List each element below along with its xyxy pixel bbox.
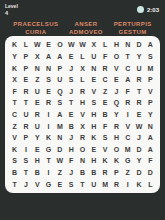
- grid-cell-1-11[interactable]: Y: [133, 51, 144, 63]
- grid-cell-10-4[interactable]: W: [54, 155, 65, 167]
- grid-cell-11-4[interactable]: Z: [54, 167, 65, 179]
- grid-cell-12-2[interactable]: V: [32, 178, 43, 190]
- grid-cell-9-3[interactable]: G: [43, 144, 54, 156]
- grid-cell-6-8[interactable]: B: [99, 109, 110, 121]
- grid-cell-2-12[interactable]: M: [145, 62, 156, 74]
- top-bar: Level 4 2:03: [0, 0, 165, 18]
- grid-cell-10-9[interactable]: K: [111, 155, 122, 167]
- grid-cell-4-0[interactable]: F: [9, 85, 20, 97]
- grid-cell-5-9[interactable]: Q: [111, 97, 122, 109]
- grid-cell-2-2[interactable]: N: [32, 62, 43, 74]
- clock-icon: [137, 6, 144, 13]
- grid-cell-6-1[interactable]: U: [20, 109, 31, 121]
- grid-cell-10-0[interactable]: S: [9, 155, 20, 167]
- grid-cell-3-5[interactable]: S: [66, 74, 77, 86]
- grid-cell-2-4[interactable]: P: [54, 62, 65, 74]
- grid-cell-0-9[interactable]: H: [111, 39, 122, 51]
- grid-cell-7-0[interactable]: Z: [9, 120, 20, 132]
- word-column-3: PERTURPIS GESTUM: [114, 20, 152, 36]
- grid-cell-1-7[interactable]: U: [88, 51, 99, 63]
- grid-cell-1-9[interactable]: O: [111, 51, 122, 63]
- grid-cell-0-0[interactable]: K: [9, 39, 20, 51]
- grid-cell-3-10[interactable]: A: [122, 74, 133, 86]
- grid-cell-4-11[interactable]: T: [133, 85, 144, 97]
- grid-cell-7-3[interactable]: I: [43, 120, 54, 132]
- grid-cell-4-12[interactable]: V: [145, 85, 156, 97]
- grid-cell-11-0[interactable]: B: [9, 167, 20, 179]
- grid-cell-7-1[interactable]: R: [20, 120, 31, 132]
- grid-cell-4-4[interactable]: Q: [54, 85, 65, 97]
- grid-cell-5-3[interactable]: R: [43, 97, 54, 109]
- grid-cell-5-10[interactable]: R: [122, 97, 133, 109]
- grid-cell-3-2[interactable]: Z: [32, 74, 43, 86]
- grid-cell-0-7[interactable]: X: [88, 39, 99, 51]
- timer: 2:03: [137, 6, 159, 13]
- timer-text: 2:03: [147, 7, 159, 13]
- grid-cell-9-2[interactable]: E: [32, 144, 43, 156]
- grid-cell-3-6[interactable]: L: [77, 74, 88, 86]
- letter-grid[interactable]: KLWEOWWXLHNDAYPXAAELUFOTYSKPNNPJXNRVCUMX…: [5, 36, 160, 193]
- grid-cell-10-7[interactable]: H: [88, 155, 99, 167]
- grid-cell-5-0[interactable]: T: [9, 97, 20, 109]
- grid-cell-9-0[interactable]: K: [9, 144, 20, 156]
- grid-cell-7-6[interactable]: X: [77, 120, 88, 132]
- grid-cell-2-11[interactable]: U: [133, 62, 144, 74]
- grid-cell-6-6[interactable]: V: [77, 109, 88, 121]
- grid-cell-8-9[interactable]: H: [111, 132, 122, 144]
- word-praecelsus: PRAECELSUS: [13, 20, 58, 28]
- grid-cell-6-12[interactable]: Y: [145, 109, 156, 121]
- grid-cell-4-3[interactable]: E: [43, 85, 54, 97]
- grid-cell-12-0[interactable]: T: [9, 178, 20, 190]
- grid-cell-0-2[interactable]: W: [32, 39, 43, 51]
- grid-cell-3-0[interactable]: X: [9, 74, 20, 86]
- grid-cell-9-4[interactable]: D: [54, 144, 65, 156]
- grid-cell-11-11[interactable]: D: [133, 167, 144, 179]
- grid-cell-0-12[interactable]: A: [145, 39, 156, 51]
- grid-cell-12-8[interactable]: M: [99, 178, 110, 190]
- grid-cell-6-7[interactable]: H: [88, 109, 99, 121]
- grid-cell-6-3[interactable]: I: [43, 109, 54, 121]
- grid-cell-8-7[interactable]: K: [88, 132, 99, 144]
- grid-cell-7-7[interactable]: H: [88, 120, 99, 132]
- grid-cell-10-11[interactable]: Y: [133, 155, 144, 167]
- grid-cell-4-2[interactable]: U: [32, 85, 43, 97]
- word-search-app: Level 4 2:03 PRAECELSUS CURIA ANSER ADMO…: [0, 0, 165, 220]
- grid-cell-6-5[interactable]: E: [66, 109, 77, 121]
- level-indicator: Level 4: [5, 3, 18, 16]
- grid-cell-7-8[interactable]: F: [99, 120, 110, 132]
- grid-cell-11-8[interactable]: R: [99, 167, 110, 179]
- grid-cell-11-1[interactable]: T: [20, 167, 31, 179]
- grid-cell-0-10[interactable]: N: [122, 39, 133, 51]
- grid-cell-9-9[interactable]: O: [111, 144, 122, 156]
- grid-cell-12-6[interactable]: T: [77, 178, 88, 190]
- grid-cell-1-6[interactable]: L: [77, 51, 88, 63]
- grid-cell-12-5[interactable]: S: [66, 178, 77, 190]
- grid-cell-2-9[interactable]: V: [111, 62, 122, 74]
- grid-cell-6-10[interactable]: I: [122, 109, 133, 121]
- grid-cell-1-3[interactable]: A: [43, 51, 54, 63]
- word-gestum: GESTUM: [119, 28, 147, 36]
- level-label: Level: [5, 3, 18, 9]
- grid-cell-1-12[interactable]: S: [145, 51, 156, 63]
- word-curia: CURIA: [25, 28, 46, 36]
- grid-cell-11-12[interactable]: D: [145, 167, 156, 179]
- grid-cell-2-10[interactable]: C: [122, 62, 133, 74]
- grid-cell-7-10[interactable]: V: [122, 120, 133, 132]
- grid-cell-0-5[interactable]: W: [66, 39, 77, 51]
- grid-cell-10-1[interactable]: S: [20, 155, 31, 167]
- grid-cell-4-6[interactable]: R: [77, 85, 88, 97]
- grid-cell-6-11[interactable]: E: [133, 109, 144, 121]
- grid-cell-5-8[interactable]: E: [99, 97, 110, 109]
- grid-cell-3-7[interactable]: E: [88, 74, 99, 86]
- grid-cell-8-8[interactable]: S: [99, 132, 110, 144]
- grid-cell-4-5[interactable]: J: [66, 85, 77, 97]
- grid-cell-6-2[interactable]: R: [32, 109, 43, 121]
- grid-cell-1-5[interactable]: E: [66, 51, 77, 63]
- grid-cell-1-10[interactable]: T: [122, 51, 133, 63]
- word-list: PRAECELSUS CURIA ANSER ADMOVEO PERTURPIS…: [0, 18, 165, 36]
- grid-cell-10-10[interactable]: G: [122, 155, 133, 167]
- grid-cell-5-6[interactable]: H: [77, 97, 88, 109]
- grid-cell-12-7[interactable]: U: [88, 178, 99, 190]
- grid-cell-12-4[interactable]: E: [54, 178, 65, 190]
- grid-cell-8-11[interactable]: J: [133, 132, 144, 144]
- grid-cell-8-0[interactable]: V: [9, 132, 20, 144]
- grid-cell-11-6[interactable]: B: [77, 167, 88, 179]
- grid-cell-1-2[interactable]: X: [32, 51, 43, 63]
- grid-cell-10-12[interactable]: F: [145, 155, 156, 167]
- grid-cell-5-11[interactable]: R: [133, 97, 144, 109]
- grid-cell-2-0[interactable]: K: [9, 62, 20, 74]
- grid-cell-11-5[interactable]: J: [66, 167, 77, 179]
- grid-cell-7-9[interactable]: R: [111, 120, 122, 132]
- grid-cell-7-2[interactable]: U: [32, 120, 43, 132]
- grid-cell-2-1[interactable]: P: [20, 62, 31, 74]
- grid-cell-9-7[interactable]: E: [88, 144, 99, 156]
- grid-cell-12-10[interactable]: I: [122, 178, 133, 190]
- grid-cell-8-12[interactable]: A: [145, 132, 156, 144]
- grid-cell-8-3[interactable]: K: [43, 132, 54, 144]
- grid-cell-6-4[interactable]: A: [54, 109, 65, 121]
- grid-cell-1-8[interactable]: F: [99, 51, 110, 63]
- grid-cell-2-3[interactable]: N: [43, 62, 54, 74]
- grid-cell-2-5[interactable]: J: [66, 62, 77, 74]
- grid-cell-7-12[interactable]: N: [145, 120, 156, 132]
- grid-cell-2-6[interactable]: X: [77, 62, 88, 74]
- grid-cell-9-1[interactable]: I: [20, 144, 31, 156]
- grid-cell-4-8[interactable]: Z: [99, 85, 110, 97]
- word-perturpis: PERTURPIS: [114, 20, 152, 28]
- grid-cell-10-2[interactable]: H: [32, 155, 43, 167]
- level-number: 4: [5, 10, 18, 16]
- grid-cell-10-3[interactable]: T: [43, 155, 54, 167]
- grid-cell-5-2[interactable]: E: [32, 97, 43, 109]
- grid-cell-11-9[interactable]: P: [111, 167, 122, 179]
- grid-cell-8-6[interactable]: R: [77, 132, 88, 144]
- grid-cell-3-4[interactable]: U: [54, 74, 65, 86]
- grid-cell-5-1[interactable]: T: [20, 97, 31, 109]
- word-column-1: PRAECELSUS CURIA: [13, 20, 58, 36]
- grid-cell-5-12[interactable]: P: [145, 97, 156, 109]
- grid-cell-11-3[interactable]: I: [43, 167, 54, 179]
- grid-cell-3-12[interactable]: P: [145, 74, 156, 86]
- grid-cell-0-1[interactable]: L: [20, 39, 31, 51]
- grid-cell-9-5[interactable]: H: [66, 144, 77, 156]
- grid-cell-2-7[interactable]: N: [88, 62, 99, 74]
- grid-cell-9-8[interactable]: V: [99, 144, 110, 156]
- grid-cell-7-11[interactable]: W: [133, 120, 144, 132]
- grid-cell-9-12[interactable]: A: [145, 144, 156, 156]
- grid-cell-8-5[interactable]: J: [66, 132, 77, 144]
- grid-cell-4-7[interactable]: V: [88, 85, 99, 97]
- grid-cell-1-4[interactable]: A: [54, 51, 65, 63]
- grid-cell-3-1[interactable]: E: [20, 74, 31, 86]
- grid-cell-3-9[interactable]: E: [111, 74, 122, 86]
- grid-cell-8-4[interactable]: N: [54, 132, 65, 144]
- word-anser: ANSER: [75, 20, 98, 28]
- grid-cell-9-10[interactable]: M: [122, 144, 133, 156]
- grid-cell-3-3[interactable]: S: [43, 74, 54, 86]
- word-column-2: ANSER ADMOVEO: [69, 20, 103, 36]
- grid-cell-11-7[interactable]: B: [88, 167, 99, 179]
- grid-cell-5-7[interactable]: S: [88, 97, 99, 109]
- grid-cell-12-12[interactable]: L: [145, 178, 156, 190]
- grid-cell-0-4[interactable]: O: [54, 39, 65, 51]
- grid-cell-4-1[interactable]: R: [20, 85, 31, 97]
- grid-cell-0-6[interactable]: W: [77, 39, 88, 51]
- grid-cell-7-5[interactable]: B: [66, 120, 77, 132]
- grid-cell-6-9[interactable]: Y: [111, 109, 122, 121]
- grid-cell-0-3[interactable]: E: [43, 39, 54, 51]
- grid-cell-8-2[interactable]: Y: [32, 132, 43, 144]
- word-admoveo: ADMOVEO: [69, 28, 103, 36]
- grid-cell-10-8[interactable]: K: [99, 155, 110, 167]
- grid-cell-3-11[interactable]: R: [133, 74, 144, 86]
- grid-cell-2-8[interactable]: R: [99, 62, 110, 74]
- grid-cell-1-1[interactable]: P: [20, 51, 31, 63]
- grid-cell-0-8[interactable]: L: [99, 39, 110, 51]
- grid-cell-6-0[interactable]: C: [9, 109, 20, 121]
- grid-cell-9-6[interactable]: O: [77, 144, 88, 156]
- grid-cell-12-9[interactable]: R: [111, 178, 122, 190]
- grid-cell-11-10[interactable]: Z: [122, 167, 133, 179]
- grid-cell-8-10[interactable]: C: [122, 132, 133, 144]
- grid-cell-12-1[interactable]: J: [20, 178, 31, 190]
- grid-cell-12-3[interactable]: G: [43, 178, 54, 190]
- grid-cell-4-10[interactable]: F: [122, 85, 133, 97]
- grid-cell-12-11[interactable]: K: [133, 178, 144, 190]
- grid-cell-5-5[interactable]: T: [66, 97, 77, 109]
- grid-cell-7-4[interactable]: M: [54, 120, 65, 132]
- grid-cell-3-8[interactable]: C: [99, 74, 110, 86]
- grid-cell-5-4[interactable]: S: [54, 97, 65, 109]
- grid-cell-10-6[interactable]: N: [77, 155, 88, 167]
- grid-cell-10-5[interactable]: F: [66, 155, 77, 167]
- grid-cell-1-0[interactable]: Y: [9, 51, 20, 63]
- grid-cell-4-9[interactable]: J: [111, 85, 122, 97]
- grid-cell-9-11[interactable]: D: [133, 144, 144, 156]
- grid-cell-11-2[interactable]: B: [32, 167, 43, 179]
- grid-cell-0-11[interactable]: D: [133, 39, 144, 51]
- grid-cell-8-1[interactable]: P: [20, 132, 31, 144]
